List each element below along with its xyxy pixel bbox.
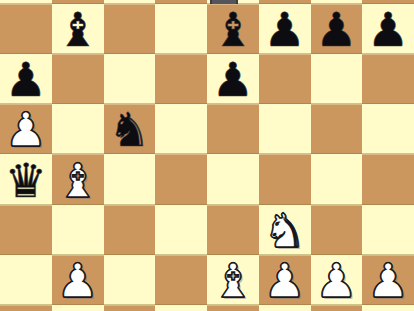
square-g3[interactable] <box>311 205 363 255</box>
square-c5[interactable]: ♞ <box>104 104 156 154</box>
piece-white-pawn: ♟ <box>315 256 357 306</box>
square-f7[interactable]: ♟ <box>259 4 311 54</box>
square-g5[interactable] <box>311 104 363 154</box>
piece-black-pawn: ♟ <box>212 55 254 105</box>
square-e7[interactable]: ♝ <box>207 4 259 54</box>
square-f6[interactable] <box>259 54 311 104</box>
piece-black-queen: ♛ <box>5 156 47 206</box>
square-c2[interactable] <box>104 255 156 305</box>
square-b2[interactable]: ♟ <box>52 255 104 305</box>
square-d5[interactable] <box>155 104 207 154</box>
square-c6[interactable] <box>104 54 156 104</box>
square-f4[interactable] <box>259 154 311 204</box>
square-b5[interactable] <box>52 104 104 154</box>
square-a7[interactable] <box>0 4 52 54</box>
piece-black-pawn: ♟ <box>5 55 47 105</box>
square-b1[interactable] <box>52 305 104 311</box>
piece-black-pawn: ♟ <box>315 5 357 55</box>
piece-white-bishop: ♝ <box>57 156 99 206</box>
piece-black-bishop: ♝ <box>212 5 254 55</box>
square-a3[interactable] <box>0 205 52 255</box>
square-d3[interactable] <box>155 205 207 255</box>
board-grid: ♝♝♟♟♟♟♟♟♞♛♝♞♟♝♟♟♟ <box>0 0 414 311</box>
square-e2[interactable]: ♝ <box>207 255 259 305</box>
square-f1[interactable] <box>259 305 311 311</box>
square-d4[interactable] <box>155 154 207 204</box>
piece-white-bishop: ♝ <box>212 256 254 306</box>
square-e4[interactable] <box>207 154 259 204</box>
piece-black-pawn: ♟ <box>367 5 409 55</box>
piece-white-knight: ♞ <box>264 206 306 256</box>
square-b7[interactable]: ♝ <box>52 4 104 54</box>
square-h5[interactable] <box>362 104 414 154</box>
square-b6[interactable] <box>52 54 104 104</box>
square-h7[interactable]: ♟ <box>362 4 414 54</box>
square-h2[interactable]: ♟ <box>362 255 414 305</box>
square-a4[interactable]: ♛ <box>0 154 52 204</box>
square-c7[interactable] <box>104 4 156 54</box>
square-h1[interactable] <box>362 305 414 311</box>
square-b4[interactable]: ♝ <box>52 154 104 204</box>
square-f2[interactable]: ♟ <box>259 255 311 305</box>
square-g1[interactable] <box>311 305 363 311</box>
chess-board: ♝♝♟♟♟♟♟♟♞♛♝♞♟♝♟♟♟ <box>0 0 414 311</box>
piece-black-knight: ♞ <box>108 105 150 155</box>
square-e5[interactable] <box>207 104 259 154</box>
piece-white-pawn: ♟ <box>264 256 306 306</box>
piece-black-bishop: ♝ <box>57 5 99 55</box>
square-a6[interactable]: ♟ <box>0 54 52 104</box>
square-d1[interactable] <box>155 305 207 311</box>
square-f3[interactable]: ♞ <box>259 205 311 255</box>
square-h4[interactable] <box>362 154 414 204</box>
square-g4[interactable] <box>311 154 363 204</box>
square-a1[interactable] <box>0 305 52 311</box>
piece-white-pawn: ♟ <box>367 256 409 306</box>
square-a2[interactable] <box>0 255 52 305</box>
square-g6[interactable] <box>311 54 363 104</box>
square-d2[interactable] <box>155 255 207 305</box>
square-e1[interactable] <box>207 305 259 311</box>
piece-white-pawn: ♟ <box>57 256 99 306</box>
square-h6[interactable] <box>362 54 414 104</box>
square-g2[interactable]: ♟ <box>311 255 363 305</box>
square-c3[interactable] <box>104 205 156 255</box>
square-c4[interactable] <box>104 154 156 204</box>
square-e3[interactable] <box>207 205 259 255</box>
square-b3[interactable] <box>52 205 104 255</box>
square-c1[interactable] <box>104 305 156 311</box>
square-d6[interactable] <box>155 54 207 104</box>
square-e6[interactable]: ♟ <box>207 54 259 104</box>
piece-black-pawn: ♟ <box>264 5 306 55</box>
square-f5[interactable] <box>259 104 311 154</box>
square-a5[interactable]: ♟ <box>0 104 52 154</box>
square-d7[interactable] <box>155 4 207 54</box>
square-g7[interactable]: ♟ <box>311 4 363 54</box>
square-h3[interactable] <box>362 205 414 255</box>
piece-white-pawn: ♟ <box>5 105 47 155</box>
